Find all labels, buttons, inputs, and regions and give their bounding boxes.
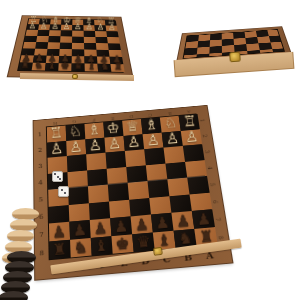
coordinate-label: 7 bbox=[35, 225, 49, 244]
die[interactable] bbox=[52, 171, 63, 182]
checker-piece-dark[interactable] bbox=[0, 291, 28, 300]
coordinate-label: 1 bbox=[34, 127, 47, 143]
piece-bP-e7[interactable]: ♟ bbox=[110, 217, 132, 234]
mini-clasp-icon bbox=[72, 74, 78, 79]
mini-piece-bR-h8: ♜ bbox=[18, 60, 31, 70]
mini-piece-wP-h2: ♙ bbox=[27, 21, 39, 30]
piece-bR-h8[interactable]: ♜ bbox=[48, 241, 70, 259]
piece-bP-d7[interactable]: ♟ bbox=[131, 216, 153, 233]
square-h7[interactable]: ♟ bbox=[49, 222, 70, 241]
coordinate-label: 5 bbox=[34, 191, 47, 209]
square-a5[interactable] bbox=[187, 176, 209, 194]
piece-wP-h2[interactable]: ♙ bbox=[46, 141, 67, 157]
coordinate-label: 3 bbox=[34, 158, 47, 175]
square-g5[interactable] bbox=[68, 186, 89, 204]
die-pip bbox=[64, 192, 66, 194]
square-f8[interactable]: ♝ bbox=[91, 236, 113, 256]
mini-square-d8: ♛ bbox=[72, 63, 85, 71]
piece-bP-g7[interactable]: ♟ bbox=[69, 221, 91, 238]
square-a3[interactable] bbox=[183, 144, 205, 161]
piece-wP-g2[interactable]: ♙ bbox=[66, 139, 87, 155]
square-g3[interactable] bbox=[67, 154, 87, 171]
mini-piece-wP-g2: ♙ bbox=[38, 21, 50, 30]
piece-bP-f7[interactable]: ♟ bbox=[89, 219, 111, 236]
piece-wP-b2[interactable]: ♙ bbox=[162, 131, 183, 147]
piece-wP-c2[interactable]: ♙ bbox=[143, 132, 164, 148]
piece-wP-e2[interactable]: ♙ bbox=[104, 136, 125, 152]
mini-square-f8: ♝ bbox=[45, 63, 59, 71]
mini-piece-wP-c2: ♙ bbox=[84, 22, 96, 31]
coordinate-label: 8 bbox=[35, 244, 49, 264]
square-c4[interactable] bbox=[146, 163, 168, 181]
mini-square-c8: ♝ bbox=[85, 64, 99, 72]
mini-board-edge bbox=[20, 73, 134, 81]
die-pip bbox=[61, 189, 63, 191]
mini-square-b8: ♞ bbox=[98, 64, 112, 72]
mini-piece-wP-a2: ♙ bbox=[106, 23, 118, 32]
mini-square-a8: ♜ bbox=[110, 64, 124, 72]
square-g7[interactable]: ♟ bbox=[69, 220, 90, 239]
mini-piece-wP-e2: ♙ bbox=[61, 22, 73, 31]
square-f4[interactable] bbox=[87, 168, 108, 186]
piece-wP-d2[interactable]: ♙ bbox=[123, 134, 144, 150]
mini-piece-bN-b8: ♞ bbox=[98, 62, 111, 72]
thumbnail-open-board[interactable]: ♖♘♗♔♕♗♘♖♙♙♙♙♙♙♙♙♟♟♟♟♟♟♟♟♜♞♝♚♛♝♞♜ bbox=[6, 0, 146, 86]
mini-square-g8: ♞ bbox=[32, 63, 46, 71]
piece-bB-f8[interactable]: ♝ bbox=[90, 237, 112, 255]
square-f2[interactable]: ♙ bbox=[85, 137, 105, 154]
coordinate-label: 4 bbox=[34, 174, 47, 192]
square-d5[interactable] bbox=[128, 181, 150, 199]
die[interactable] bbox=[58, 186, 69, 197]
mini-piece-wP-b2: ♙ bbox=[95, 22, 107, 31]
board-clasp-icon bbox=[153, 247, 163, 256]
square-f3[interactable] bbox=[86, 153, 106, 170]
square-e3[interactable] bbox=[105, 151, 126, 168]
square-h2[interactable]: ♙ bbox=[47, 141, 67, 158]
box-clasp-icon bbox=[229, 52, 241, 63]
square-b5[interactable] bbox=[167, 178, 189, 196]
square-e2[interactable]: ♙ bbox=[104, 136, 124, 153]
mini-square-a2: ♙ bbox=[106, 26, 118, 32]
piece-bK-e8[interactable]: ♚ bbox=[111, 235, 133, 253]
product-photo-stage: ♖♘♗♔♕♗♘♖♙♙♙♙♙♙♙♙♟♟♟♟♟♟♟♟♜♞♝♚♛♝♞♜ HGFEDCB… bbox=[0, 0, 300, 300]
square-h6[interactable] bbox=[49, 205, 70, 224]
mini-square-e8: ♚ bbox=[58, 63, 71, 71]
square-d2[interactable]: ♙ bbox=[123, 134, 144, 151]
square-g6[interactable] bbox=[69, 203, 90, 222]
square-f6[interactable] bbox=[89, 201, 110, 220]
square-a2[interactable]: ♙ bbox=[181, 129, 202, 146]
mini-piece-bK-e8: ♚ bbox=[58, 61, 71, 71]
mini-board-grid: ♖♘♗♔♕♗♘♖♙♙♙♙♙♙♙♙♟♟♟♟♟♟♟♟♜♞♝♚♛♝♞♜ bbox=[17, 18, 124, 72]
mini-piece-wP-d2: ♙ bbox=[72, 22, 84, 31]
square-h8[interactable]: ♜ bbox=[49, 239, 70, 259]
mini-square-c2: ♙ bbox=[83, 25, 95, 31]
coordinate-label: 2 bbox=[34, 142, 47, 159]
mini-square-b2: ♙ bbox=[95, 25, 107, 31]
mini-square-a4 bbox=[107, 37, 120, 43]
square-b2[interactable]: ♙ bbox=[162, 131, 183, 148]
mini-square-d2: ♙ bbox=[72, 25, 83, 31]
mini-board-frame: ♖♘♗♔♕♗♘♖♙♙♙♙♙♙♙♙♟♟♟♟♟♟♟♟♜♞♝♚♛♝♞♜ bbox=[8, 16, 133, 79]
square-e8[interactable]: ♚ bbox=[111, 234, 133, 254]
square-g8[interactable]: ♞ bbox=[70, 238, 92, 258]
square-c2[interactable]: ♙ bbox=[143, 132, 164, 149]
piece-bP-h7[interactable]: ♟ bbox=[48, 223, 70, 240]
die-pip bbox=[59, 178, 61, 180]
square-g2[interactable]: ♙ bbox=[66, 139, 86, 156]
mini-square-f2: ♙ bbox=[50, 25, 62, 31]
mini-piece-bN-g8: ♞ bbox=[32, 60, 45, 70]
piece-wP-a2[interactable]: ♙ bbox=[181, 129, 202, 145]
mini-piece-bR-a8: ♜ bbox=[111, 62, 124, 72]
piece-bP-b7[interactable]: ♟ bbox=[172, 212, 194, 229]
square-e5[interactable] bbox=[108, 183, 129, 201]
piece-wP-f2[interactable]: ♙ bbox=[85, 137, 106, 153]
mini-piece-bQ-d8: ♛ bbox=[72, 61, 85, 71]
main-board-grid: ♖♘♗♔♕♗♘♖♙♙♙♙♙♙♙♙♟♟♟♟♟♟♟♟♜♞♝♚♛♝♞♜ bbox=[46, 113, 217, 260]
square-c3[interactable] bbox=[144, 148, 165, 165]
square-c5[interactable] bbox=[147, 179, 169, 197]
thumbnail-closed-box[interactable] bbox=[172, 2, 296, 80]
square-b4[interactable] bbox=[165, 161, 187, 179]
mini-piece-bB-c8: ♝ bbox=[85, 61, 98, 71]
square-b3[interactable] bbox=[163, 146, 184, 163]
mini-square-d5 bbox=[72, 43, 84, 50]
mini-square-e2: ♙ bbox=[61, 25, 72, 31]
square-a4[interactable] bbox=[185, 160, 207, 178]
square-d3[interactable] bbox=[125, 149, 146, 166]
mini-piece-wP-f2: ♙ bbox=[50, 22, 62, 31]
square-d8[interactable]: ♛ bbox=[132, 232, 155, 252]
piece-bP-a7[interactable]: ♟ bbox=[193, 210, 215, 227]
square-f5[interactable] bbox=[88, 184, 109, 202]
mini-piece-bB-f8: ♝ bbox=[45, 61, 58, 71]
piece-bN-g8[interactable]: ♞ bbox=[69, 239, 91, 257]
piece-bP-c7[interactable]: ♟ bbox=[151, 214, 173, 231]
mini-board-3d: ♖♘♗♔♕♗♘♖♙♙♙♙♙♙♙♙♟♟♟♟♟♟♟♟♜♞♝♚♛♝♞♜ bbox=[8, 16, 136, 81]
mini-square-g2: ♙ bbox=[38, 24, 50, 30]
square-f7[interactable]: ♟ bbox=[90, 218, 112, 237]
piece-bQ-d8[interactable]: ♛ bbox=[132, 233, 154, 251]
